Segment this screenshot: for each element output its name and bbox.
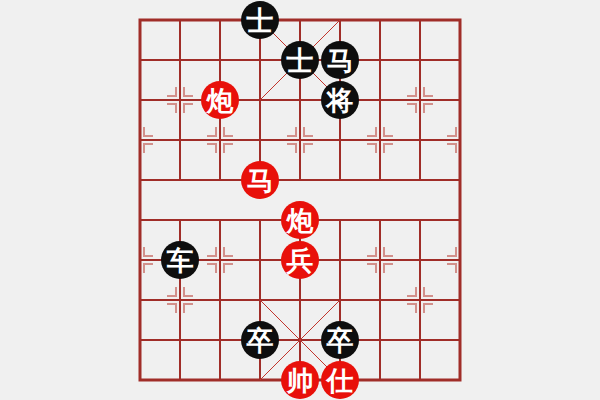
- piece-black-advisor[interactable]: 士: [241, 1, 279, 39]
- piece-red-cannon[interactable]: 炮: [201, 81, 239, 119]
- piece-black-soldier[interactable]: 卒: [321, 321, 359, 359]
- piece-black-general[interactable]: 将: [321, 81, 359, 119]
- piece-black-chariot[interactable]: 车: [161, 241, 199, 279]
- piece-red-advisor[interactable]: 仕: [321, 361, 359, 399]
- piece-red-horse[interactable]: 马: [241, 161, 279, 199]
- pieces-grid: 士士马炮将马炮车兵卒卒帅仕: [120, 0, 480, 400]
- piece-red-soldier[interactable]: 兵: [281, 241, 319, 279]
- piece-black-horse[interactable]: 马: [321, 41, 359, 79]
- xiangqi-board: 士士马炮将马炮车兵卒卒帅仕: [120, 0, 480, 400]
- piece-black-advisor[interactable]: 士: [281, 41, 319, 79]
- piece-red-cannon[interactable]: 炮: [281, 201, 319, 239]
- piece-black-soldier[interactable]: 卒: [241, 321, 279, 359]
- piece-red-king[interactable]: 帅: [281, 361, 319, 399]
- xiangqi-board-page: 士士马炮将马炮车兵卒卒帅仕: [0, 0, 600, 400]
